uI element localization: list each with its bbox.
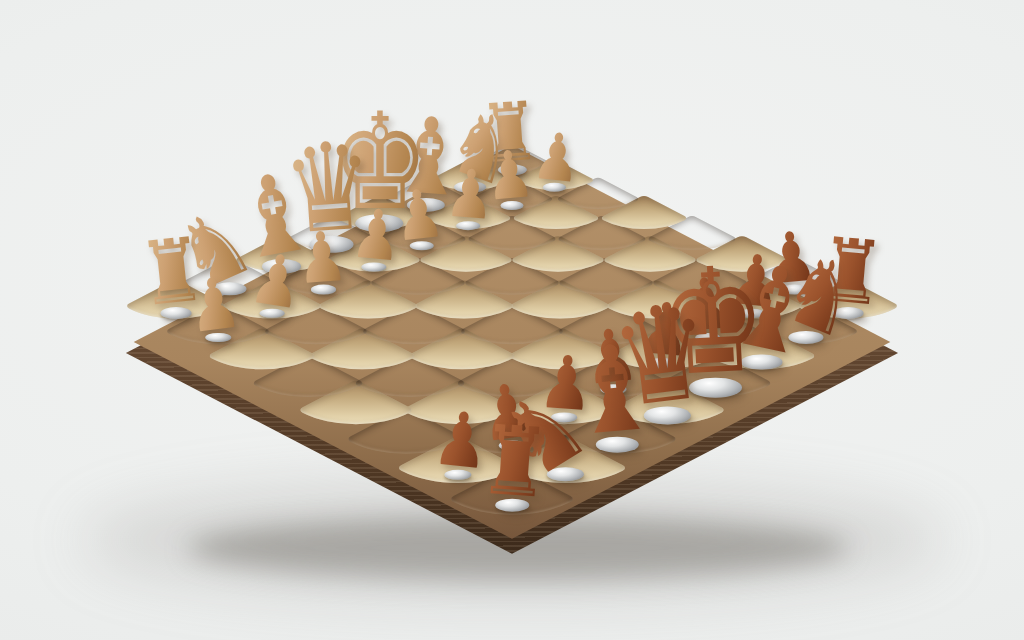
pawn-glyph: ♟ bbox=[246, 243, 308, 320]
light-wood-pawn[interactable]: ♟ bbox=[187, 269, 250, 342]
pawn-glyph: ♟ bbox=[348, 200, 404, 272]
product-photo-scene: ♜♞♝♚♛♝♞♜♟♟♟♟♟♟♟♟♟♟♟♟♟♟♟♟♜♞♝♚♛♝♞♜ bbox=[0, 0, 1024, 640]
mahogany-rook[interactable]: ♜ bbox=[469, 413, 555, 511]
light-wood-pawn[interactable]: ♟ bbox=[241, 246, 304, 318]
pawn-glyph: ♟ bbox=[184, 267, 244, 344]
rook-glyph: ♜ bbox=[476, 411, 553, 511]
